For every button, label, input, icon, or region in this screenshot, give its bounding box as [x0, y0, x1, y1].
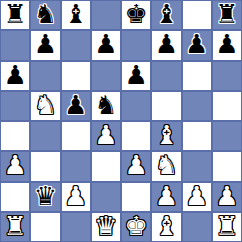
square-d1[interactable]: ♛ — [91, 212, 121, 242]
piece-black-pawn: ♟ — [155, 31, 178, 57]
square-d4[interactable]: ♟ — [91, 121, 121, 151]
square-e2[interactable] — [121, 182, 151, 212]
piece-white-rook: ♜ — [215, 213, 238, 239]
square-f8[interactable]: ♝ — [151, 0, 181, 30]
square-g4[interactable] — [182, 121, 212, 151]
square-h1[interactable]: ♜ — [212, 212, 242, 242]
square-d6[interactable] — [91, 61, 121, 91]
square-e5[interactable] — [121, 91, 151, 121]
piece-black-knight: ♞ — [34, 1, 57, 27]
square-f4[interactable]: ♝ — [151, 121, 181, 151]
square-a4[interactable] — [0, 121, 30, 151]
square-h4[interactable] — [212, 121, 242, 151]
square-e7[interactable] — [121, 30, 151, 60]
square-c1[interactable] — [61, 212, 91, 242]
piece-white-knight: ♞ — [155, 152, 178, 178]
piece-white-king: ♚ — [124, 213, 147, 239]
square-h6[interactable] — [212, 61, 242, 91]
piece-black-queen: ♛ — [34, 183, 57, 209]
square-a7[interactable] — [0, 30, 30, 60]
piece-black-knight: ♞ — [94, 92, 117, 118]
piece-black-pawn: ♟ — [185, 31, 208, 57]
square-h2[interactable]: ♟ — [212, 182, 242, 212]
square-e4[interactable] — [121, 121, 151, 151]
square-g7[interactable]: ♟ — [182, 30, 212, 60]
square-b4[interactable] — [30, 121, 60, 151]
piece-black-pawn: ♟ — [3, 62, 26, 88]
square-e6[interactable]: ♟ — [121, 61, 151, 91]
square-c8[interactable]: ♝ — [61, 0, 91, 30]
square-d2[interactable] — [91, 182, 121, 212]
piece-white-rook: ♜ — [3, 213, 26, 239]
square-d7[interactable]: ♟ — [91, 30, 121, 60]
square-c2[interactable]: ♟ — [61, 182, 91, 212]
square-b2[interactable]: ♛ — [30, 182, 60, 212]
square-e3[interactable]: ♟ — [121, 151, 151, 181]
square-e8[interactable]: ♚ — [121, 0, 151, 30]
square-a5[interactable] — [0, 91, 30, 121]
square-a2[interactable] — [0, 182, 30, 212]
square-f7[interactable]: ♟ — [151, 30, 181, 60]
square-h5[interactable] — [212, 91, 242, 121]
square-c5[interactable]: ♟ — [61, 91, 91, 121]
square-c6[interactable] — [61, 61, 91, 91]
piece-black-pawn: ♟ — [34, 31, 57, 57]
square-c4[interactable] — [61, 121, 91, 151]
square-c7[interactable] — [61, 30, 91, 60]
piece-white-pawn: ♟ — [94, 122, 117, 148]
square-g2[interactable]: ♟ — [182, 182, 212, 212]
piece-black-rook: ♜ — [215, 1, 238, 27]
square-h3[interactable] — [212, 151, 242, 181]
square-g5[interactable] — [182, 91, 212, 121]
square-g6[interactable] — [182, 61, 212, 91]
square-d8[interactable] — [91, 0, 121, 30]
square-a3[interactable]: ♟ — [0, 151, 30, 181]
piece-white-bishop: ♝ — [155, 213, 178, 239]
piece-black-pawn: ♟ — [64, 92, 87, 118]
piece-white-pawn: ♟ — [64, 183, 87, 209]
piece-white-pawn: ♟ — [155, 183, 178, 209]
piece-white-bishop: ♝ — [155, 122, 178, 148]
square-b5[interactable]: ♞ — [30, 91, 60, 121]
square-h7[interactable]: ♟ — [212, 30, 242, 60]
piece-white-pawn: ♟ — [215, 183, 238, 209]
square-b8[interactable]: ♞ — [30, 0, 60, 30]
piece-white-knight: ♞ — [34, 92, 57, 118]
square-f6[interactable] — [151, 61, 181, 91]
square-f1[interactable]: ♝ — [151, 212, 181, 242]
square-g1[interactable] — [182, 212, 212, 242]
square-c3[interactable] — [61, 151, 91, 181]
chess-board: ♜♞♝♚♝♜♟♟♟♟♟♟♟♞♟♞♟♝♟♟♞♛♟♟♟♟♜♛♚♝♜ — [0, 0, 242, 242]
piece-black-pawn: ♟ — [215, 31, 238, 57]
square-f3[interactable]: ♞ — [151, 151, 181, 181]
square-d5[interactable]: ♞ — [91, 91, 121, 121]
square-f2[interactable]: ♟ — [151, 182, 181, 212]
piece-white-pawn: ♟ — [185, 183, 208, 209]
square-d3[interactable] — [91, 151, 121, 181]
piece-black-pawn: ♟ — [94, 31, 117, 57]
square-b1[interactable] — [30, 212, 60, 242]
square-a6[interactable]: ♟ — [0, 61, 30, 91]
piece-black-bishop: ♝ — [155, 1, 178, 27]
square-a1[interactable]: ♜ — [0, 212, 30, 242]
piece-black-king: ♚ — [124, 1, 147, 27]
square-f5[interactable] — [151, 91, 181, 121]
piece-white-pawn: ♟ — [3, 152, 26, 178]
piece-white-pawn: ♟ — [124, 152, 147, 178]
piece-black-bishop: ♝ — [64, 1, 87, 27]
piece-white-queen: ♛ — [94, 213, 117, 239]
piece-black-rook: ♜ — [3, 1, 26, 27]
piece-black-pawn: ♟ — [124, 62, 147, 88]
square-b6[interactable] — [30, 61, 60, 91]
square-a8[interactable]: ♜ — [0, 0, 30, 30]
square-b7[interactable]: ♟ — [30, 30, 60, 60]
square-e1[interactable]: ♚ — [121, 212, 151, 242]
square-g3[interactable] — [182, 151, 212, 181]
square-g8[interactable] — [182, 0, 212, 30]
square-h8[interactable]: ♜ — [212, 0, 242, 30]
square-b3[interactable] — [30, 151, 60, 181]
